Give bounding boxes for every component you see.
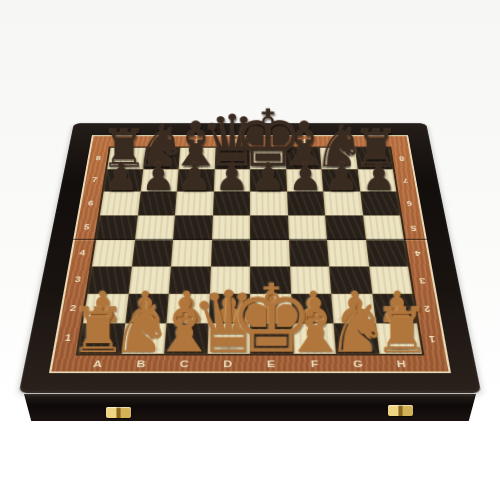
piece-cell-e1: ♚ (250, 323, 293, 354)
piece-cell-c4 (171, 240, 212, 266)
white-king[interactable]: ♚ (229, 272, 314, 367)
piece-cell-g4 (327, 240, 369, 266)
piece-cell-g7: ♟ (321, 169, 359, 191)
piece-cell-d4 (210, 240, 250, 266)
piece-cell-f7: ♟ (286, 169, 323, 191)
piece-cell-h5 (363, 215, 404, 240)
black-pawn[interactable]: ♟ (288, 158, 322, 196)
piece-cell-a7: ♟ (104, 169, 143, 191)
black-pawn[interactable]: ♟ (325, 158, 359, 196)
piece-cell-f5 (288, 215, 327, 240)
piece-cell-c7: ♟ (177, 169, 214, 191)
black-pawn[interactable]: ♟ (362, 158, 396, 196)
piece-cell-h4 (366, 240, 409, 266)
piece-cell-c5 (173, 215, 212, 240)
black-pawn[interactable]: ♟ (214, 158, 248, 196)
black-pawn[interactable]: ♟ (141, 158, 175, 196)
piece-cell-a4 (92, 240, 135, 266)
piece-cell-e4 (250, 240, 290, 266)
hinge-right (388, 405, 413, 416)
piece-cell-f4 (289, 240, 330, 266)
piece-cell-a5 (96, 215, 137, 240)
black-pawn[interactable]: ♟ (178, 158, 212, 196)
piece-cell-g5 (325, 215, 365, 240)
piece-cell-e7: ♟ (250, 169, 287, 191)
black-pawn[interactable]: ♟ (251, 158, 285, 196)
piece-cell-b7: ♟ (140, 169, 178, 191)
piece-cell-b4 (131, 240, 173, 266)
scene: ABCDEFGH ABCDEFGH 87654321 87654321 ♜♞♝♛… (0, 0, 500, 500)
black-pawn[interactable]: ♟ (104, 158, 138, 196)
piece-cell-d7: ♟ (213, 169, 250, 191)
pieces-layer: ♜♞♝♛♚♝♞♜♟♟♟♟♟♟♟♟♟♟♟♟♟♟♟♟♜♞♝♛♚♝♞♜ (19, 123, 481, 393)
piece-cell-d5 (212, 215, 251, 240)
hinge-left (106, 407, 131, 418)
piece-cell-b5 (135, 215, 175, 240)
piece-cell-h7: ♟ (357, 169, 396, 191)
piece-cell-e5 (250, 215, 289, 240)
